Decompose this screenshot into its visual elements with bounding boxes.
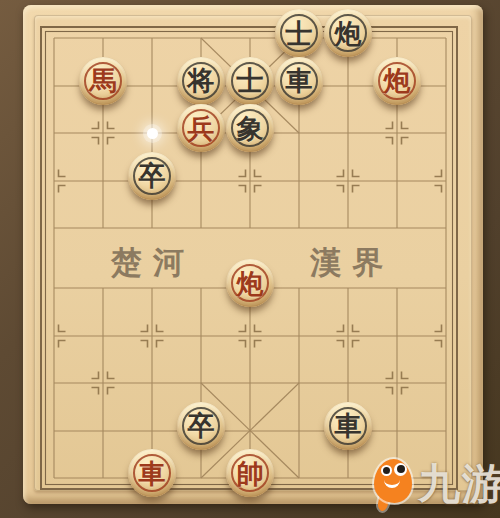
piece-red-chariot[interactable]: 車 bbox=[128, 449, 176, 497]
piece-glyph: 炮 bbox=[384, 67, 411, 94]
piece-glyph: 車 bbox=[335, 412, 362, 439]
piece-glyph: 帥 bbox=[237, 460, 264, 487]
piece-red-horse[interactable]: 馬 bbox=[79, 57, 127, 105]
piece-black-elephant[interactable]: 象 bbox=[226, 104, 274, 152]
piece-black-soldier[interactable]: 卒 bbox=[128, 152, 176, 200]
piece-glyph: 士 bbox=[286, 20, 313, 47]
piece-red-soldier[interactable]: 兵 bbox=[177, 104, 225, 152]
xiangqi-game-screen: 楚河 漢界 士炮馬将士車炮兵象卒炮卒車車帥 九游 bbox=[0, 0, 500, 518]
piece-black-advisor[interactable]: 士 bbox=[275, 9, 323, 57]
piece-black-cannon[interactable]: 炮 bbox=[324, 9, 372, 57]
piece-glyph: 炮 bbox=[237, 270, 264, 297]
piece-black-advisor[interactable]: 士 bbox=[226, 57, 274, 105]
piece-black-general[interactable]: 将 bbox=[177, 57, 225, 105]
piece-glyph: 将 bbox=[188, 67, 215, 94]
piece-glyph: 象 bbox=[237, 115, 264, 142]
piece-grid: 士炮馬将士車炮兵象卒炮卒車車帥 bbox=[30, 14, 471, 502]
piece-glyph: 卒 bbox=[139, 162, 166, 189]
move-indicator-dot bbox=[147, 128, 158, 139]
jiuyou-mascot-icon bbox=[372, 457, 414, 511]
piece-glyph: 炮 bbox=[335, 20, 362, 47]
piece-red-cannon[interactable]: 炮 bbox=[373, 57, 421, 105]
piece-glyph: 馬 bbox=[90, 67, 117, 94]
piece-black-soldier[interactable]: 卒 bbox=[177, 402, 225, 450]
piece-glyph: 卒 bbox=[188, 412, 215, 439]
piece-glyph: 車 bbox=[286, 67, 313, 94]
piece-red-cannon[interactable]: 炮 bbox=[226, 259, 274, 307]
piece-glyph: 兵 bbox=[188, 115, 215, 142]
piece-glyph: 士 bbox=[237, 67, 264, 94]
watermark-brand-text: 九游 bbox=[418, 456, 500, 512]
piece-black-chariot[interactable]: 車 bbox=[324, 402, 372, 450]
jiuyou-watermark: 九游 bbox=[372, 456, 500, 512]
piece-red-general[interactable]: 帥 bbox=[226, 449, 274, 497]
piece-glyph: 車 bbox=[139, 460, 166, 487]
piece-black-chariot[interactable]: 車 bbox=[275, 57, 323, 105]
